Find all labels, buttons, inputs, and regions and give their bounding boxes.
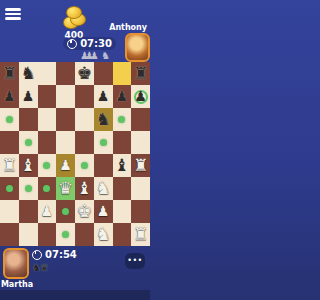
square-c6[interactable] bbox=[38, 108, 57, 131]
black-rook-h8[interactable]: ♜ bbox=[131, 62, 150, 85]
white-knight-f1[interactable]: ♞ bbox=[94, 223, 113, 246]
clock-icon bbox=[32, 250, 42, 260]
square-d2[interactable] bbox=[56, 200, 75, 223]
bottom-player-time: 07:54 bbox=[45, 249, 77, 260]
move-hint-dot[interactable] bbox=[6, 116, 13, 123]
menu-button[interactable] bbox=[5, 8, 21, 22]
square-b5[interactable] bbox=[19, 131, 38, 154]
square-d6[interactable] bbox=[56, 108, 75, 131]
square-e5[interactable] bbox=[75, 131, 94, 154]
move-hint-dot[interactable] bbox=[100, 139, 107, 146]
square-a7[interactable]: ♟ bbox=[0, 85, 19, 108]
coins-icon[interactable] bbox=[61, 6, 87, 29]
black-pawn-a7[interactable]: ♟ bbox=[0, 85, 19, 108]
square-c4[interactable] bbox=[38, 154, 57, 177]
black-pawn-f7[interactable]: ♟ bbox=[94, 85, 113, 108]
square-h8[interactable]: ♜ bbox=[131, 62, 150, 85]
square-f7[interactable]: ♟ bbox=[94, 85, 113, 108]
square-h6[interactable] bbox=[131, 108, 150, 131]
move-hint-dot[interactable] bbox=[118, 116, 125, 123]
white-bishop-b4[interactable]: ♝ bbox=[19, 154, 38, 177]
square-g6[interactable] bbox=[113, 108, 132, 131]
square-e6[interactable] bbox=[75, 108, 94, 131]
move-hint-dot[interactable] bbox=[25, 185, 32, 192]
black-king-e8[interactable]: ♚ bbox=[75, 62, 94, 85]
square-e7[interactable] bbox=[75, 85, 94, 108]
square-g7[interactable]: ♟ bbox=[113, 85, 132, 108]
top-player-timer: 07:30 bbox=[63, 37, 116, 50]
square-b3[interactable] bbox=[19, 177, 38, 200]
move-hint-dot[interactable] bbox=[25, 139, 32, 146]
square-e3[interactable]: ♝ bbox=[75, 177, 94, 200]
chess-board[interactable]: ♜♞♚♜♟♟♟♟♟♞♜♝♟♝♜♛♝♞♟♚♟♞♜ bbox=[0, 62, 150, 246]
top-player-avatar[interactable] bbox=[125, 33, 150, 62]
square-c5[interactable] bbox=[38, 131, 57, 154]
square-a2[interactable] bbox=[0, 200, 19, 223]
square-d1[interactable] bbox=[56, 223, 75, 246]
square-h3[interactable] bbox=[131, 177, 150, 200]
footer-strip bbox=[0, 290, 150, 300]
coin bbox=[66, 6, 82, 19]
square-g4[interactable]: ♝ bbox=[113, 154, 132, 177]
square-d8[interactable] bbox=[56, 62, 75, 85]
square-h4[interactable]: ♜ bbox=[131, 154, 150, 177]
square-c7[interactable] bbox=[38, 85, 57, 108]
black-knight-b8[interactable]: ♞ bbox=[19, 62, 38, 85]
square-a4[interactable]: ♜ bbox=[0, 154, 19, 177]
white-pawn-f2[interactable]: ♟ bbox=[94, 200, 113, 223]
square-a1[interactable] bbox=[0, 223, 19, 246]
captured-knight: ♞ bbox=[101, 50, 110, 61]
square-h5[interactable] bbox=[131, 131, 150, 154]
black-pawn-g7[interactable]: ♟ bbox=[113, 85, 132, 108]
white-rook-h4[interactable]: ♜ bbox=[131, 154, 150, 177]
black-pawn-h7[interactable]: ♟ bbox=[131, 85, 150, 108]
captured-queen: ♛ bbox=[40, 262, 48, 273]
square-b6[interactable] bbox=[19, 108, 38, 131]
white-queen-d3[interactable]: ♛ bbox=[56, 177, 75, 200]
move-hint-dot[interactable] bbox=[43, 185, 50, 192]
square-e8[interactable]: ♚ bbox=[75, 62, 94, 85]
menu-bar bbox=[5, 13, 21, 16]
square-h7[interactable]: ♟ bbox=[131, 85, 150, 108]
black-pawn-b7[interactable]: ♟ bbox=[19, 85, 38, 108]
captured-pawns: ♟♟♟ bbox=[80, 50, 95, 61]
menu-bar bbox=[5, 17, 21, 20]
move-hint-dot[interactable] bbox=[62, 231, 69, 238]
chat-button[interactable]: ••• bbox=[125, 253, 145, 269]
white-pawn-c2[interactable]: ♟ bbox=[38, 200, 57, 223]
square-e4[interactable] bbox=[75, 154, 94, 177]
square-f4[interactable] bbox=[94, 154, 113, 177]
square-f2[interactable]: ♟ bbox=[94, 200, 113, 223]
square-f5[interactable] bbox=[94, 131, 113, 154]
bottom-player-name: Martha bbox=[0, 280, 34, 289]
square-f1[interactable]: ♞ bbox=[94, 223, 113, 246]
square-g3[interactable] bbox=[113, 177, 132, 200]
move-hint-dot[interactable] bbox=[6, 185, 13, 192]
square-c2[interactable]: ♟ bbox=[38, 200, 57, 223]
square-g2[interactable] bbox=[113, 200, 132, 223]
square-h2[interactable] bbox=[131, 200, 150, 223]
bottom-player-avatar[interactable] bbox=[3, 248, 29, 279]
black-rook-a8[interactable]: ♜ bbox=[0, 62, 19, 85]
square-b8[interactable]: ♞ bbox=[19, 62, 38, 85]
move-hint-dot[interactable] bbox=[81, 162, 88, 169]
square-c3[interactable] bbox=[38, 177, 57, 200]
white-rook-h1[interactable]: ♜ bbox=[131, 223, 150, 246]
white-bishop-e3[interactable]: ♝ bbox=[75, 177, 94, 200]
chat-dots: ••• bbox=[127, 257, 143, 265]
top-player-time: 07:30 bbox=[80, 38, 112, 49]
square-c1[interactable] bbox=[38, 223, 57, 246]
square-e2[interactable]: ♚ bbox=[75, 200, 94, 223]
square-b1[interactable] bbox=[19, 223, 38, 246]
square-f8[interactable] bbox=[94, 62, 113, 85]
square-a3[interactable] bbox=[0, 177, 19, 200]
square-f6[interactable]: ♞ bbox=[94, 108, 113, 131]
square-d5[interactable] bbox=[56, 131, 75, 154]
square-a5[interactable] bbox=[0, 131, 19, 154]
white-king-e2[interactable]: ♚ bbox=[75, 200, 94, 223]
white-rook-a4[interactable]: ♜ bbox=[0, 154, 19, 177]
square-f3[interactable]: ♞ bbox=[94, 177, 113, 200]
move-hint-dot[interactable] bbox=[62, 208, 69, 215]
square-g8[interactable] bbox=[113, 62, 132, 85]
move-hint-dot[interactable] bbox=[43, 162, 50, 169]
square-a8[interactable]: ♜ bbox=[0, 62, 19, 85]
bottom-player-timer: 07:54 bbox=[32, 249, 77, 260]
bottom-player-captured-tray: ♞♛ bbox=[32, 262, 48, 273]
square-b4[interactable]: ♝ bbox=[19, 154, 38, 177]
menu-bar bbox=[5, 8, 21, 11]
square-c8[interactable] bbox=[38, 62, 57, 85]
square-d3[interactable]: ♛ bbox=[56, 177, 75, 200]
clock-icon bbox=[67, 39, 77, 49]
square-b7[interactable]: ♟ bbox=[19, 85, 38, 108]
square-a6[interactable] bbox=[0, 108, 19, 131]
square-h1[interactable]: ♜ bbox=[131, 223, 150, 246]
top-player-name: Anthony bbox=[109, 23, 147, 32]
black-knight-f6[interactable]: ♞ bbox=[94, 108, 113, 131]
white-knight-f3[interactable]: ♞ bbox=[94, 177, 113, 200]
black-bishop-g4[interactable]: ♝ bbox=[113, 154, 132, 177]
captured-knight: ♞ bbox=[32, 262, 40, 273]
square-g1[interactable] bbox=[113, 223, 132, 246]
square-e1[interactable] bbox=[75, 223, 94, 246]
square-d4[interactable]: ♟ bbox=[56, 154, 75, 177]
square-g5[interactable] bbox=[113, 131, 132, 154]
square-b2[interactable] bbox=[19, 200, 38, 223]
square-d7[interactable] bbox=[56, 85, 75, 108]
white-pawn-d4[interactable]: ♟ bbox=[56, 154, 75, 177]
top-player-captured-tray: ♟♟♟♞ bbox=[80, 50, 110, 61]
